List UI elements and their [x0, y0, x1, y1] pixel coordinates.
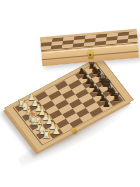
folded-chess-box	[40, 29, 139, 66]
board-squares	[15, 64, 123, 144]
chess-set-photo: ♜♞♝♛♚♝♞♜♟♟♟♟♟♟♟♟♟♟♟♟♟♟♟♟♜♞♝♛♚♝♞♜	[0, 0, 140, 187]
box-clasp-icon	[87, 51, 93, 59]
